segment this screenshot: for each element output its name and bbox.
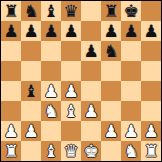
square-h5[interactable]	[141, 61, 161, 81]
piece-black-pawn[interactable]: ♟	[23, 21, 38, 41]
piece-white-rook[interactable]: ♜	[143, 141, 158, 161]
square-f1[interactable]	[101, 141, 121, 161]
square-g8[interactable]: ♚	[121, 1, 141, 21]
square-a6[interactable]	[1, 41, 21, 61]
square-g1[interactable]: ♞	[121, 141, 141, 161]
square-a4[interactable]	[1, 81, 21, 101]
piece-black-queen[interactable]: ♛	[63, 1, 78, 21]
piece-black-king[interactable]: ♚	[123, 1, 138, 21]
piece-white-pawn[interactable]: ♟	[83, 101, 98, 121]
square-a1[interactable]: ♜	[1, 141, 21, 161]
square-h8[interactable]	[141, 1, 161, 21]
piece-white-king[interactable]: ♚	[83, 141, 98, 161]
square-c5[interactable]	[41, 61, 61, 81]
square-c3[interactable]: ♞	[41, 101, 61, 121]
piece-white-queen[interactable]: ♛	[63, 141, 78, 161]
square-h7[interactable]: ♟	[141, 21, 161, 41]
square-e2[interactable]	[81, 121, 101, 141]
square-g6[interactable]	[121, 41, 141, 61]
square-d2[interactable]	[61, 121, 81, 141]
piece-black-pawn[interactable]: ♟	[103, 21, 118, 41]
square-f3[interactable]	[101, 101, 121, 121]
piece-black-knight[interactable]: ♞	[23, 1, 38, 21]
piece-white-pawn[interactable]: ♟	[123, 121, 138, 141]
square-f4[interactable]	[101, 81, 121, 101]
square-b6[interactable]	[21, 41, 41, 61]
piece-white-bishop[interactable]: ♝	[63, 101, 78, 121]
square-h6[interactable]	[141, 41, 161, 61]
piece-white-knight[interactable]: ♞	[43, 101, 58, 121]
piece-white-pawn[interactable]: ♟	[103, 121, 118, 141]
piece-black-pawn[interactable]: ♟	[43, 21, 58, 41]
square-d3[interactable]: ♝	[61, 101, 81, 121]
square-e1[interactable]: ♚	[81, 141, 101, 161]
square-a3[interactable]	[1, 101, 21, 121]
piece-black-bishop[interactable]: ♝	[23, 81, 38, 101]
piece-black-pawn[interactable]: ♟	[63, 21, 78, 41]
piece-black-bishop[interactable]: ♝	[43, 1, 58, 21]
square-g5[interactable]	[121, 61, 141, 81]
square-f7[interactable]: ♟	[101, 21, 121, 41]
square-h4[interactable]	[141, 81, 161, 101]
piece-black-knight[interactable]: ♞	[103, 41, 118, 61]
piece-black-rook[interactable]: ♜	[3, 1, 18, 21]
square-h2[interactable]: ♟	[141, 121, 161, 141]
square-h3[interactable]	[141, 101, 161, 121]
square-c1[interactable]: ♝	[41, 141, 61, 161]
square-b2[interactable]: ♟	[21, 121, 41, 141]
piece-white-bishop[interactable]: ♝	[43, 141, 58, 161]
square-d7[interactable]: ♟	[61, 21, 81, 41]
square-d6[interactable]	[61, 41, 81, 61]
piece-black-pawn[interactable]: ♟	[3, 21, 18, 41]
square-d4[interactable]: ♟	[61, 81, 81, 101]
square-e5[interactable]	[81, 61, 101, 81]
square-c6[interactable]	[41, 41, 61, 61]
square-f8[interactable]: ♜	[101, 1, 121, 21]
piece-white-knight[interactable]: ♞	[123, 141, 138, 161]
square-c8[interactable]: ♝	[41, 1, 61, 21]
square-e6[interactable]: ♟	[81, 41, 101, 61]
square-g4[interactable]	[121, 81, 141, 101]
piece-black-pawn[interactable]: ♟	[143, 21, 158, 41]
piece-white-pawn[interactable]: ♟	[23, 121, 38, 141]
piece-black-pawn[interactable]: ♟	[83, 41, 98, 61]
square-d1[interactable]: ♛	[61, 141, 81, 161]
square-d5[interactable]	[61, 61, 81, 81]
piece-white-pawn[interactable]: ♟	[43, 81, 58, 101]
square-c2[interactable]	[41, 121, 61, 141]
square-a7[interactable]: ♟	[1, 21, 21, 41]
square-c4[interactable]: ♟	[41, 81, 61, 101]
square-b8[interactable]: ♞	[21, 1, 41, 21]
square-a8[interactable]: ♜	[1, 1, 21, 21]
square-b1[interactable]	[21, 141, 41, 161]
square-b4[interactable]: ♝	[21, 81, 41, 101]
square-h1[interactable]: ♜	[141, 141, 161, 161]
piece-black-rook[interactable]: ♜	[103, 1, 118, 21]
square-e7[interactable]	[81, 21, 101, 41]
square-e4[interactable]	[81, 81, 101, 101]
piece-white-pawn[interactable]: ♟	[143, 121, 158, 141]
square-f2[interactable]: ♟	[101, 121, 121, 141]
square-c7[interactable]: ♟	[41, 21, 61, 41]
square-g7[interactable]: ♟	[121, 21, 141, 41]
chess-board: ♜♞♝♛♜♚♟♟♟♟♟♟♟♟♞♝♟♟♞♝♟♟♟♟♟♟♜♝♛♚♞♜	[0, 0, 162, 162]
square-a5[interactable]	[1, 61, 21, 81]
piece-black-pawn[interactable]: ♟	[123, 21, 138, 41]
square-a2[interactable]: ♟	[1, 121, 21, 141]
square-g3[interactable]	[121, 101, 141, 121]
piece-white-rook[interactable]: ♜	[3, 141, 18, 161]
piece-white-pawn[interactable]: ♟	[63, 81, 78, 101]
square-f6[interactable]: ♞	[101, 41, 121, 61]
square-d8[interactable]: ♛	[61, 1, 81, 21]
square-f5[interactable]	[101, 61, 121, 81]
piece-white-pawn[interactable]: ♟	[3, 121, 18, 141]
square-g2[interactable]: ♟	[121, 121, 141, 141]
square-e8[interactable]	[81, 1, 101, 21]
square-e3[interactable]: ♟	[81, 101, 101, 121]
square-b7[interactable]: ♟	[21, 21, 41, 41]
square-b3[interactable]	[21, 101, 41, 121]
square-b5[interactable]	[21, 61, 41, 81]
